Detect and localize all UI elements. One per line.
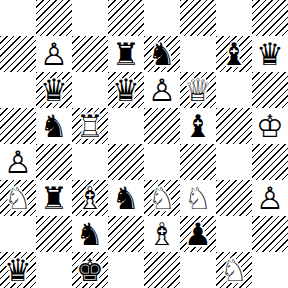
piece-glyph: ♙ [4,144,32,180]
square-e4[interactable] [144,144,180,180]
square-d1[interactable] [108,252,144,288]
square-d6[interactable]: ♛♛ [108,72,144,108]
white-pawn-icon[interactable]: ♟♙ [36,36,72,72]
piece-glyph: ♕ [184,72,212,108]
square-a6[interactable] [0,72,36,108]
piece-glyph: ♙ [148,72,176,108]
white-bishop-icon[interactable]: ♝♗ [72,180,108,216]
white-bishop-icon[interactable]: ♝♗ [144,216,180,252]
square-e5[interactable] [144,108,180,144]
square-g3[interactable] [216,180,252,216]
piece-glyph: ♞ [112,180,140,216]
piece-glyph: ♟ [184,216,212,252]
square-g5[interactable] [216,108,252,144]
piece-glyph: ♘ [4,180,32,216]
square-h8[interactable] [252,0,288,36]
square-g6[interactable] [216,72,252,108]
square-a3[interactable]: ♞♘ [0,180,36,216]
square-a2[interactable] [0,216,36,252]
piece-glyph: ♞ [76,216,104,252]
black-bishop-icon[interactable]: ♝♝ [180,108,216,144]
square-e6[interactable]: ♟♙ [144,72,180,108]
square-e2[interactable]: ♝♗ [144,216,180,252]
square-f6[interactable]: ♛♕ [180,72,216,108]
square-f4[interactable] [180,144,216,180]
square-h4[interactable] [252,144,288,180]
black-queen-icon[interactable]: ♛♛ [108,72,144,108]
piece-glyph: ♜ [112,36,140,72]
black-pawn-icon[interactable]: ♟♟ [180,216,216,252]
white-pawn-icon[interactable]: ♟♙ [252,180,288,216]
black-rook-icon[interactable]: ♜♜ [108,36,144,72]
square-f7[interactable] [180,36,216,72]
black-queen-icon[interactable]: ♛♛ [0,252,36,288]
square-d7[interactable]: ♜♜ [108,36,144,72]
white-pawn-icon[interactable]: ♟♙ [0,144,36,180]
square-e8[interactable] [144,0,180,36]
piece-glyph: ♖ [76,108,104,144]
square-a1[interactable]: ♛♛ [0,252,36,288]
square-f8[interactable] [180,0,216,36]
square-b5[interactable]: ♞♞ [36,108,72,144]
square-b2[interactable] [36,216,72,252]
square-c1[interactable]: ♚♚ [72,252,108,288]
square-g4[interactable] [216,144,252,180]
piece-glyph: ♙ [40,36,68,72]
square-d8[interactable] [108,0,144,36]
square-b4[interactable] [36,144,72,180]
white-rook-icon[interactable]: ♜♖ [72,108,108,144]
piece-glyph: ♗ [148,216,176,252]
square-h5[interactable]: ♚♔ [252,108,288,144]
square-b8[interactable] [36,0,72,36]
white-knight-icon[interactable]: ♞♘ [144,180,180,216]
black-queen-icon[interactable]: ♛♛ [36,72,72,108]
black-knight-icon[interactable]: ♞♞ [108,180,144,216]
square-g7[interactable]: ♝♝ [216,36,252,72]
chess-board: ♟♙♜♜♞♞♝♝♛♛♛♛♛♛♟♙♛♕♞♞♜♖♝♝♚♔♟♙♞♘♜♜♝♗♞♞♞♘♞♘… [0,0,288,288]
square-c8[interactable] [72,0,108,36]
white-knight-icon[interactable]: ♞♘ [216,252,252,288]
piece-glyph: ♛ [256,36,284,72]
square-f2[interactable]: ♟♟ [180,216,216,252]
square-f1[interactable] [180,252,216,288]
piece-glyph: ♗ [76,180,104,216]
piece-glyph: ♘ [148,180,176,216]
square-g2[interactable] [216,216,252,252]
square-f3[interactable]: ♞♘ [180,180,216,216]
piece-glyph: ♝ [184,108,212,144]
piece-glyph: ♞ [148,36,176,72]
piece-glyph: ♘ [220,252,248,288]
square-h1[interactable] [252,252,288,288]
square-c6[interactable] [72,72,108,108]
black-queen-icon[interactable]: ♛♛ [252,36,288,72]
piece-glyph: ♛ [112,72,140,108]
white-king-icon[interactable]: ♚♔ [252,108,288,144]
piece-glyph: ♔ [256,108,284,144]
black-rook-icon[interactable]: ♜♜ [36,180,72,216]
black-knight-icon[interactable]: ♞♞ [144,36,180,72]
black-king-icon[interactable]: ♚♚ [72,252,108,288]
piece-glyph: ♚ [76,252,104,288]
white-pawn-icon[interactable]: ♟♙ [144,72,180,108]
black-knight-icon[interactable]: ♞♞ [36,108,72,144]
square-d3[interactable]: ♞♞ [108,180,144,216]
square-c5[interactable]: ♜♖ [72,108,108,144]
piece-glyph: ♞ [40,108,68,144]
square-d5[interactable] [108,108,144,144]
square-d4[interactable] [108,144,144,180]
piece-glyph: ♝ [220,36,248,72]
square-b1[interactable] [36,252,72,288]
square-d2[interactable] [108,216,144,252]
piece-glyph: ♙ [256,180,284,216]
square-c7[interactable] [72,36,108,72]
square-e1[interactable] [144,252,180,288]
square-g1[interactable]: ♞♘ [216,252,252,288]
square-f5[interactable]: ♝♝ [180,108,216,144]
square-a8[interactable] [0,0,36,36]
white-knight-icon[interactable]: ♞♘ [180,180,216,216]
white-queen-icon[interactable]: ♛♕ [180,72,216,108]
piece-glyph: ♘ [184,180,212,216]
square-h7[interactable]: ♛♛ [252,36,288,72]
white-knight-icon[interactable]: ♞♘ [0,180,36,216]
square-h6[interactable] [252,72,288,108]
square-g8[interactable] [216,0,252,36]
piece-glyph: ♜ [40,180,68,216]
square-h2[interactable] [252,216,288,252]
square-b7[interactable]: ♟♙ [36,36,72,72]
square-c2[interactable]: ♞♞ [72,216,108,252]
square-c4[interactable] [72,144,108,180]
black-knight-icon[interactable]: ♞♞ [72,216,108,252]
piece-glyph: ♛ [40,72,68,108]
square-e3[interactable]: ♞♘ [144,180,180,216]
square-b3[interactable]: ♜♜ [36,180,72,216]
square-a4[interactable]: ♟♙ [0,144,36,180]
square-c3[interactable]: ♝♗ [72,180,108,216]
square-e7[interactable]: ♞♞ [144,36,180,72]
piece-glyph: ♛ [4,252,32,288]
square-b6[interactable]: ♛♛ [36,72,72,108]
black-bishop-icon[interactable]: ♝♝ [216,36,252,72]
square-h3[interactable]: ♟♙ [252,180,288,216]
square-a5[interactable] [0,108,36,144]
square-a7[interactable] [0,36,36,72]
